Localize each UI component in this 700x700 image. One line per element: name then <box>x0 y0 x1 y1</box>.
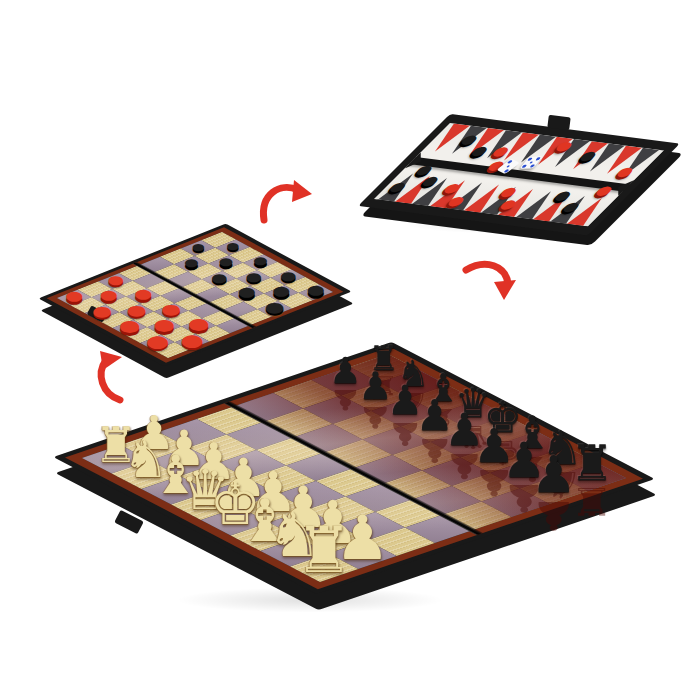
chess-square <box>371 398 439 427</box>
backgammon-point-top <box>582 143 625 172</box>
checkers-square <box>133 273 168 289</box>
chess-square <box>227 422 295 451</box>
die-pip <box>507 161 512 164</box>
checkers-square <box>160 249 195 265</box>
die-pip <box>505 165 510 168</box>
chess-square <box>354 455 422 484</box>
chess-gloss-tint <box>235 354 626 530</box>
backgammon-checker-red: ● <box>613 165 638 179</box>
chess-square <box>401 414 469 443</box>
backgammon-point-bottom <box>533 192 576 221</box>
chess-square <box>439 401 507 430</box>
checkers-square <box>78 282 113 298</box>
checkers-square <box>229 247 264 263</box>
checkers-square <box>181 279 216 295</box>
backgammon-checker-black: ● <box>559 200 584 214</box>
checkers-square <box>201 232 236 248</box>
chess-square <box>443 502 511 531</box>
backgammon-point-top <box>496 132 539 161</box>
chess-square <box>120 432 188 461</box>
checkers-square <box>174 295 209 311</box>
chess-square <box>159 419 227 448</box>
backgammon-checker-red: ● <box>592 184 617 198</box>
chess-square <box>409 385 477 414</box>
chess-square <box>188 435 256 464</box>
chess-square <box>482 489 550 518</box>
checkers-square <box>188 303 223 319</box>
chess-square <box>112 461 180 490</box>
checkers-square <box>119 304 154 320</box>
checkers-square <box>209 294 244 310</box>
chess-square <box>350 354 418 383</box>
backgammon-point-bottom <box>395 175 438 204</box>
chess-square <box>231 523 299 552</box>
chess-square <box>346 484 414 513</box>
backgammon-checker-red: ● <box>496 185 521 199</box>
backgammon-checker-black: ● <box>551 189 576 203</box>
chess-square <box>142 476 210 505</box>
checkers-square <box>257 262 292 278</box>
chess-square <box>414 486 482 515</box>
chess-square <box>422 458 490 487</box>
checkers-square <box>195 326 230 342</box>
chess-square <box>490 460 558 489</box>
backgammon-point-top <box>427 124 470 153</box>
checkers-square <box>236 270 271 286</box>
backgammon-checker-red: ● <box>552 139 577 153</box>
checkers-square <box>147 319 182 335</box>
chess-square <box>273 380 341 409</box>
chess-square <box>171 492 239 521</box>
backgammon-case-latch <box>547 115 570 131</box>
backgammon-point-top <box>565 141 608 170</box>
checkers-square <box>195 287 230 303</box>
checkers-square <box>215 240 250 256</box>
checkers-square <box>161 327 196 343</box>
backgammon-point-bottom <box>516 190 559 219</box>
checkers-square <box>271 270 306 286</box>
backgammon-checker-black: ● <box>413 163 438 177</box>
checkers-square <box>140 257 175 273</box>
chess-square <box>303 396 371 425</box>
checkers-hinge-gap <box>133 262 257 328</box>
chess-square <box>269 510 337 539</box>
chess-square <box>520 476 588 505</box>
checkers-square <box>237 309 272 325</box>
chess-square <box>265 409 333 438</box>
chess-hinge-gap <box>224 401 484 535</box>
chess-square <box>375 499 443 528</box>
chess-square <box>405 515 473 544</box>
backgammon-checker-black: ● <box>457 132 482 146</box>
chess-square <box>460 445 528 474</box>
backgammon-point-top <box>479 130 522 159</box>
checkers-square <box>202 310 237 326</box>
chess-square <box>261 538 329 567</box>
backgammon-point-bottom <box>498 188 541 217</box>
chess-square <box>235 393 303 422</box>
chess-square <box>363 427 431 456</box>
checkers-square <box>299 285 334 301</box>
chess-square <box>82 445 150 474</box>
backgammon-checker-red: ● <box>444 194 469 208</box>
checkers-square <box>98 273 133 289</box>
die-icon <box>496 159 519 175</box>
backgammon-checker-red: ● <box>484 159 509 173</box>
checkers-square <box>175 334 210 350</box>
checkers-square <box>181 240 216 256</box>
checkers-square <box>119 265 154 281</box>
backgammon-point-bottom <box>550 195 593 224</box>
backgammon-checker-red: ● <box>440 182 465 196</box>
backgammon-point-bottom <box>464 184 507 213</box>
checkers-square <box>285 277 320 293</box>
curved-arrow-icon-right <box>458 256 522 308</box>
chess-square <box>380 370 448 399</box>
die-pip <box>504 169 509 172</box>
die-pip <box>527 158 532 161</box>
checkers-square <box>147 280 182 296</box>
die-pip <box>528 162 533 165</box>
backgammon-side-wedge-left <box>405 153 421 169</box>
die-pip <box>535 158 540 161</box>
chess-square <box>256 437 324 466</box>
backgammon-point-top <box>530 137 573 166</box>
chess-square <box>299 525 367 554</box>
chess-square <box>384 471 452 500</box>
checkers-square <box>167 272 202 288</box>
checkers-square <box>230 286 265 302</box>
checkers-square <box>140 296 175 312</box>
backgammon-point-top <box>599 146 642 175</box>
chess-square <box>499 432 567 461</box>
checkers-square <box>133 312 168 328</box>
chess-square <box>452 473 520 502</box>
checkers-square <box>154 342 189 358</box>
chess-square <box>324 440 392 469</box>
checkers-square <box>113 320 148 336</box>
chess-square <box>278 481 346 510</box>
checkers-square <box>126 288 161 304</box>
chess-square <box>290 554 358 583</box>
chess-square <box>150 448 218 477</box>
checkers-square <box>223 302 258 318</box>
checkers-square <box>126 327 161 343</box>
product-photo-stage: ●●●●●●●●●●●●●●●●● ♜♜♞♞♝♝♛♛♚♚♝♝♞♞♜♜♟♟♟♟♟♟… <box>0 0 700 700</box>
checkers-square <box>243 294 278 310</box>
checkers-square <box>216 279 251 295</box>
backgammon-point-bottom <box>378 173 421 202</box>
backgammon-point-top <box>444 126 487 155</box>
checkers-square <box>174 256 209 272</box>
chess-square <box>558 463 626 492</box>
chess-square <box>307 497 375 526</box>
chess-square <box>316 468 384 497</box>
backgammon-center-bar <box>401 156 638 193</box>
chess-square <box>201 507 269 536</box>
backgammon-point-bottom <box>481 186 524 215</box>
checkers-square <box>105 297 140 313</box>
checkers-square <box>278 293 313 309</box>
backgammon-checker-black: ● <box>576 149 601 163</box>
chess-square <box>469 416 537 445</box>
die-pip <box>522 165 527 168</box>
backgammon-point-top <box>461 128 504 157</box>
checkers-square <box>153 264 188 280</box>
chess-square <box>329 541 397 570</box>
die-icon <box>519 157 543 170</box>
backgammon-checker-red: ● <box>496 197 521 211</box>
checkers-square <box>168 311 203 327</box>
checkers-square <box>188 264 223 280</box>
chess-square <box>286 453 354 482</box>
chess-square <box>333 411 401 440</box>
checkers-playing-surface <box>47 227 344 362</box>
backgammon-checker-black: ● <box>386 180 411 194</box>
backgammon-checker-black: ● <box>468 144 493 158</box>
chess-square <box>180 463 248 492</box>
checkers-square <box>140 335 175 351</box>
chess-playing-surface <box>65 347 643 589</box>
backgammon-checker-black: ● <box>418 174 443 188</box>
checkers-square <box>195 248 230 264</box>
curved-arrow-icon-top <box>254 174 318 230</box>
chess-square <box>312 367 380 396</box>
checkers-square <box>264 285 299 301</box>
checkers-square <box>182 318 217 334</box>
chess-square <box>248 466 316 495</box>
backgammon-point-bottom <box>447 181 490 210</box>
checkers-square <box>250 278 285 294</box>
die-pip <box>529 165 534 168</box>
checkers-square <box>222 263 257 279</box>
backgammon-point-bottom <box>430 179 473 208</box>
curved-arrow-icon-left <box>90 350 138 406</box>
chess-square <box>197 406 265 435</box>
checkers-square <box>209 255 244 271</box>
backgammon-point-top <box>547 139 590 168</box>
chess-square <box>341 383 409 412</box>
checkers-square <box>216 318 251 334</box>
backgammon-point-bottom <box>412 177 455 206</box>
checkers-square <box>161 288 196 304</box>
chess-square <box>367 528 435 557</box>
checkers-square <box>92 289 127 305</box>
backgammon-point-top <box>513 135 556 164</box>
chess-square <box>218 450 286 479</box>
checkers-square <box>257 301 292 317</box>
chess-gloss-shine <box>82 354 626 582</box>
chess-square <box>239 494 307 523</box>
chess-square <box>528 447 596 476</box>
chess-square <box>392 442 460 471</box>
chess-square <box>431 429 499 458</box>
checkers-square <box>243 255 278 271</box>
checkers-square <box>57 290 92 306</box>
backgammon-checker-red: ● <box>488 145 513 159</box>
checkers-square <box>154 303 189 319</box>
chess-square <box>337 512 405 541</box>
chess-square <box>295 424 363 453</box>
checkers-square <box>112 281 147 297</box>
chess-square <box>210 479 278 508</box>
checkers-square <box>202 271 237 287</box>
